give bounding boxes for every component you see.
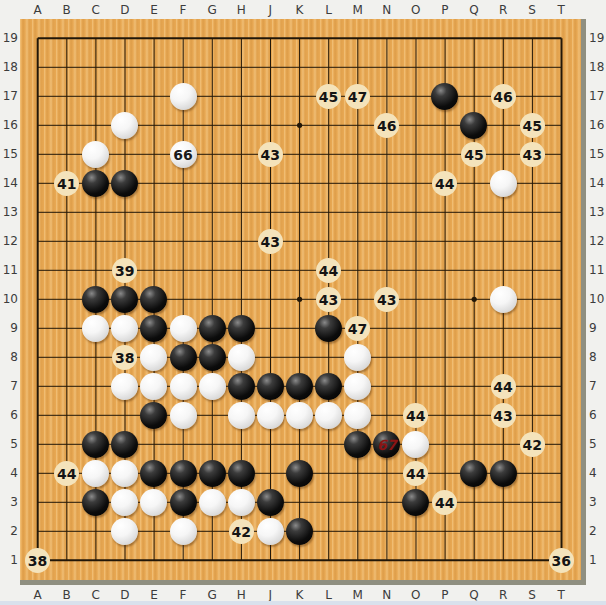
board-point[interactable] (372, 459, 401, 488)
board-point[interactable] (139, 256, 168, 285)
board-point[interactable] (343, 372, 372, 401)
board-point[interactable] (489, 256, 518, 285)
board-point[interactable]: 44 (52, 459, 81, 488)
board-point[interactable] (168, 227, 197, 256)
board-point[interactable] (372, 140, 401, 169)
board-point[interactable] (343, 53, 372, 82)
board-point[interactable] (314, 227, 343, 256)
board-point[interactable] (81, 517, 110, 546)
board-point[interactable] (314, 111, 343, 140)
board-point[interactable] (198, 517, 227, 546)
board-point[interactable] (227, 401, 256, 430)
board-point[interactable] (23, 198, 52, 227)
board-point[interactable] (168, 111, 197, 140)
board-point[interactable] (372, 82, 401, 111)
board-point[interactable] (256, 198, 285, 227)
board-point[interactable] (459, 24, 488, 53)
board-point[interactable] (314, 488, 343, 517)
board-point[interactable] (547, 343, 576, 372)
board-point[interactable] (459, 227, 488, 256)
board-point[interactable] (401, 169, 430, 198)
board-point[interactable] (459, 314, 488, 343)
board-point[interactable] (518, 256, 547, 285)
board-point[interactable] (110, 546, 139, 575)
board-point[interactable] (139, 459, 168, 488)
board-point[interactable] (110, 285, 139, 314)
board-point[interactable] (285, 430, 314, 459)
board-point[interactable] (198, 314, 227, 343)
board-point[interactable]: 47 (343, 314, 372, 343)
board-point[interactable] (227, 198, 256, 227)
board-point[interactable] (139, 24, 168, 53)
board-point[interactable] (285, 285, 314, 314)
board-point[interactable] (489, 343, 518, 372)
board-point[interactable] (430, 343, 459, 372)
board-point[interactable] (110, 517, 139, 546)
board-point[interactable]: 36 (547, 546, 576, 575)
board-point[interactable]: 43 (256, 140, 285, 169)
board-point[interactable]: 44 (401, 459, 430, 488)
board-point[interactable] (459, 372, 488, 401)
board-point[interactable] (198, 430, 227, 459)
board-point[interactable] (139, 372, 168, 401)
board-point[interactable] (256, 169, 285, 198)
board-point[interactable]: 43 (518, 140, 547, 169)
board-point[interactable] (459, 256, 488, 285)
board-point[interactable] (227, 169, 256, 198)
board-point[interactable] (489, 198, 518, 227)
board-point[interactable] (285, 459, 314, 488)
board-point[interactable] (372, 256, 401, 285)
board-point[interactable]: 47 (343, 82, 372, 111)
board-point[interactable]: 44 (401, 401, 430, 430)
board-point[interactable] (23, 82, 52, 111)
board-point[interactable] (23, 169, 52, 198)
board-point[interactable] (459, 111, 488, 140)
board-point[interactable]: 42 (518, 430, 547, 459)
board-point[interactable] (285, 546, 314, 575)
board-point[interactable] (52, 227, 81, 256)
board-point[interactable] (168, 24, 197, 53)
board-point[interactable] (198, 343, 227, 372)
board-point[interactable] (110, 372, 139, 401)
board-point[interactable] (489, 546, 518, 575)
board-point[interactable] (227, 256, 256, 285)
board-point[interactable] (52, 111, 81, 140)
board-point[interactable]: 43 (489, 401, 518, 430)
board-point[interactable] (81, 111, 110, 140)
board-point[interactable] (110, 169, 139, 198)
board-point[interactable] (314, 169, 343, 198)
board-point[interactable] (343, 169, 372, 198)
board-point[interactable] (256, 256, 285, 285)
board-point[interactable] (23, 140, 52, 169)
board-point[interactable] (285, 198, 314, 227)
board-point[interactable] (401, 198, 430, 227)
board-point[interactable] (227, 140, 256, 169)
board-point[interactable] (256, 546, 285, 575)
board-point[interactable] (518, 517, 547, 546)
board-point[interactable] (547, 24, 576, 53)
board-point[interactable] (343, 401, 372, 430)
board-point[interactable] (372, 343, 401, 372)
board-point[interactable] (168, 430, 197, 459)
board-point[interactable] (23, 430, 52, 459)
board-point[interactable] (343, 343, 372, 372)
board-point[interactable] (285, 111, 314, 140)
board-point[interactable] (52, 24, 81, 53)
board-point[interactable] (227, 82, 256, 111)
board-point[interactable] (110, 401, 139, 430)
board-point[interactable] (314, 314, 343, 343)
board-point[interactable] (343, 285, 372, 314)
board-point[interactable] (139, 111, 168, 140)
board-point[interactable]: 66 (168, 140, 197, 169)
board-point[interactable] (430, 140, 459, 169)
board-point[interactable] (489, 430, 518, 459)
board-point[interactable] (489, 227, 518, 256)
board-point[interactable] (372, 227, 401, 256)
board-point[interactable] (81, 372, 110, 401)
board-point[interactable] (52, 343, 81, 372)
board-point[interactable] (459, 169, 488, 198)
board-point[interactable] (198, 198, 227, 227)
board-point[interactable] (518, 285, 547, 314)
board-point[interactable] (139, 343, 168, 372)
board-point[interactable]: 67 (372, 430, 401, 459)
board-point[interactable] (81, 314, 110, 343)
board-point[interactable] (372, 314, 401, 343)
board-point[interactable] (401, 140, 430, 169)
board-point[interactable] (459, 53, 488, 82)
board-point[interactable] (23, 227, 52, 256)
board-point[interactable] (489, 517, 518, 546)
board-point[interactable] (430, 401, 459, 430)
board-point[interactable] (401, 53, 430, 82)
board-point[interactable] (110, 198, 139, 227)
board-point[interactable] (110, 227, 139, 256)
board-point[interactable] (168, 285, 197, 314)
board-point[interactable] (547, 314, 576, 343)
board-point[interactable] (168, 169, 197, 198)
board-point[interactable] (110, 24, 139, 53)
board-point[interactable] (459, 82, 488, 111)
board-point[interactable] (401, 82, 430, 111)
board-point[interactable] (547, 285, 576, 314)
board-point[interactable] (518, 372, 547, 401)
board-point[interactable] (52, 140, 81, 169)
board-point[interactable] (547, 111, 576, 140)
board-point[interactable] (168, 314, 197, 343)
board-point[interactable] (430, 111, 459, 140)
board-point[interactable] (198, 227, 227, 256)
board-point[interactable] (256, 459, 285, 488)
board-point[interactable] (459, 546, 488, 575)
board-point[interactable] (372, 517, 401, 546)
board-point[interactable] (23, 343, 52, 372)
board-point[interactable] (168, 372, 197, 401)
board-point[interactable] (314, 372, 343, 401)
board-point[interactable]: 44 (430, 488, 459, 517)
board-point[interactable] (343, 198, 372, 227)
board-point[interactable] (168, 517, 197, 546)
board-point[interactable] (401, 24, 430, 53)
board-point[interactable] (110, 430, 139, 459)
board-point[interactable] (168, 343, 197, 372)
board-point[interactable] (430, 53, 459, 82)
board-point[interactable] (489, 111, 518, 140)
board-point[interactable] (285, 517, 314, 546)
board-point[interactable] (459, 430, 488, 459)
board-point[interactable] (489, 140, 518, 169)
board-point[interactable] (343, 256, 372, 285)
board-point[interactable] (489, 488, 518, 517)
board-point[interactable] (81, 401, 110, 430)
board-point[interactable] (198, 546, 227, 575)
board-point[interactable] (198, 256, 227, 285)
board-point[interactable] (227, 53, 256, 82)
board-point[interactable] (52, 53, 81, 82)
board-point[interactable] (547, 169, 576, 198)
board-point[interactable] (110, 111, 139, 140)
board-point[interactable]: 38 (23, 546, 52, 575)
board-point[interactable] (547, 256, 576, 285)
board-point[interactable] (285, 401, 314, 430)
board-point[interactable] (372, 169, 401, 198)
board-point[interactable] (314, 517, 343, 546)
board-point[interactable] (139, 517, 168, 546)
board-point[interactable] (227, 285, 256, 314)
board-point[interactable] (314, 53, 343, 82)
board-point[interactable] (547, 401, 576, 430)
board-point[interactable]: 38 (110, 343, 139, 372)
board-point[interactable] (81, 430, 110, 459)
board-point[interactable] (343, 488, 372, 517)
board-point[interactable] (256, 401, 285, 430)
board-point[interactable] (518, 198, 547, 227)
board-point[interactable]: 46 (489, 82, 518, 111)
board-point[interactable] (430, 372, 459, 401)
board-point[interactable] (547, 140, 576, 169)
board-point[interactable] (430, 82, 459, 111)
board-point[interactable] (168, 53, 197, 82)
board-point[interactable] (52, 517, 81, 546)
board-point[interactable] (139, 82, 168, 111)
board-point[interactable] (52, 198, 81, 227)
board-point[interactable] (139, 488, 168, 517)
board-point[interactable] (110, 82, 139, 111)
board-point[interactable] (343, 140, 372, 169)
board-point[interactable]: 45 (518, 111, 547, 140)
board-point[interactable] (372, 401, 401, 430)
board-point[interactable] (518, 488, 547, 517)
board-point[interactable] (52, 314, 81, 343)
board-point[interactable] (489, 285, 518, 314)
board-point[interactable] (459, 285, 488, 314)
board-point[interactable] (139, 227, 168, 256)
board-point[interactable] (23, 372, 52, 401)
board-point[interactable] (459, 459, 488, 488)
board-point[interactable] (401, 488, 430, 517)
board-point[interactable] (52, 488, 81, 517)
board-point[interactable]: 45 (459, 140, 488, 169)
board-point[interactable] (314, 546, 343, 575)
board-point[interactable] (285, 372, 314, 401)
board-point[interactable] (81, 227, 110, 256)
board-point[interactable] (139, 546, 168, 575)
board-point[interactable] (518, 546, 547, 575)
board-point[interactable] (139, 198, 168, 227)
board-point[interactable] (518, 82, 547, 111)
board-point[interactable] (343, 24, 372, 53)
board-point[interactable] (52, 372, 81, 401)
board-point[interactable] (81, 140, 110, 169)
board-point[interactable] (256, 82, 285, 111)
board-point[interactable] (518, 169, 547, 198)
board-point[interactable] (198, 140, 227, 169)
board-point[interactable] (227, 372, 256, 401)
board-point[interactable] (343, 111, 372, 140)
board-point[interactable] (285, 169, 314, 198)
board-point[interactable] (81, 24, 110, 53)
board-point[interactable] (489, 53, 518, 82)
board-point[interactable] (227, 227, 256, 256)
board-point[interactable] (314, 24, 343, 53)
board-point[interactable] (110, 488, 139, 517)
board-point[interactable] (285, 140, 314, 169)
board-point[interactable] (256, 430, 285, 459)
board-point[interactable] (547, 372, 576, 401)
board-point[interactable] (343, 546, 372, 575)
board-point[interactable] (343, 227, 372, 256)
board-point[interactable] (401, 256, 430, 285)
board-point[interactable] (23, 111, 52, 140)
board-point[interactable] (401, 546, 430, 575)
board-point[interactable] (23, 459, 52, 488)
board-point[interactable] (314, 198, 343, 227)
board-point[interactable] (139, 314, 168, 343)
board-point[interactable] (459, 198, 488, 227)
board-point[interactable] (168, 401, 197, 430)
board-point[interactable]: 43 (256, 227, 285, 256)
board-point[interactable]: 43 (314, 285, 343, 314)
board-point[interactable] (52, 285, 81, 314)
board-point[interactable] (23, 285, 52, 314)
board-point[interactable] (256, 285, 285, 314)
board-point[interactable] (547, 430, 576, 459)
board-point[interactable] (518, 24, 547, 53)
board-point[interactable] (139, 430, 168, 459)
board-point[interactable] (430, 285, 459, 314)
board-point[interactable] (547, 198, 576, 227)
board-point[interactable] (372, 372, 401, 401)
board-point[interactable] (81, 198, 110, 227)
board-point[interactable] (139, 401, 168, 430)
board-point[interactable] (372, 198, 401, 227)
board-point[interactable] (430, 198, 459, 227)
board-point[interactable] (198, 82, 227, 111)
board-point[interactable] (168, 546, 197, 575)
board-point[interactable] (23, 401, 52, 430)
board-point[interactable] (139, 285, 168, 314)
board-point[interactable] (227, 343, 256, 372)
board-point[interactable]: 39 (110, 256, 139, 285)
board-point[interactable]: 43 (372, 285, 401, 314)
board-point[interactable] (198, 285, 227, 314)
board-point[interactable] (168, 256, 197, 285)
board-point[interactable] (401, 343, 430, 372)
board-point[interactable] (547, 53, 576, 82)
board-point[interactable] (81, 343, 110, 372)
board-point[interactable] (343, 459, 372, 488)
board-point[interactable] (547, 227, 576, 256)
board-point[interactable] (343, 517, 372, 546)
board-point[interactable] (227, 546, 256, 575)
board-point[interactable] (23, 488, 52, 517)
board-point[interactable] (430, 430, 459, 459)
board-point[interactable] (227, 459, 256, 488)
board-point[interactable] (81, 53, 110, 82)
board-point[interactable] (314, 401, 343, 430)
board-point[interactable] (372, 24, 401, 53)
board-point[interactable] (459, 343, 488, 372)
board-point[interactable] (314, 459, 343, 488)
board-point[interactable] (430, 517, 459, 546)
board-point[interactable] (459, 488, 488, 517)
board-point[interactable] (168, 459, 197, 488)
board-point[interactable] (110, 140, 139, 169)
board-point[interactable] (198, 169, 227, 198)
board-point[interactable] (256, 111, 285, 140)
board-point[interactable] (547, 459, 576, 488)
board-point[interactable] (372, 488, 401, 517)
board-point[interactable] (52, 256, 81, 285)
board-point[interactable] (198, 372, 227, 401)
board-point[interactable] (139, 53, 168, 82)
board-point[interactable] (401, 430, 430, 459)
board-point[interactable] (547, 488, 576, 517)
board-point[interactable] (198, 488, 227, 517)
board-point[interactable] (52, 401, 81, 430)
board-point[interactable] (227, 111, 256, 140)
board-point[interactable] (168, 488, 197, 517)
board-point[interactable] (81, 488, 110, 517)
board-point[interactable] (285, 343, 314, 372)
board-point[interactable] (401, 111, 430, 140)
board-point[interactable] (518, 459, 547, 488)
board-point[interactable] (430, 24, 459, 53)
board-point[interactable] (430, 256, 459, 285)
board-point[interactable] (518, 227, 547, 256)
board-point[interactable] (256, 343, 285, 372)
board-point[interactable] (110, 314, 139, 343)
board-point[interactable] (489, 24, 518, 53)
board-point[interactable] (81, 256, 110, 285)
board-point[interactable] (81, 285, 110, 314)
board-point[interactable] (285, 488, 314, 517)
board-point[interactable] (23, 314, 52, 343)
board-point[interactable]: 45 (314, 82, 343, 111)
board-point[interactable] (314, 140, 343, 169)
board-point[interactable] (285, 227, 314, 256)
board-point[interactable] (401, 517, 430, 546)
board-point[interactable] (489, 169, 518, 198)
board-point[interactable] (518, 314, 547, 343)
board-point[interactable] (489, 314, 518, 343)
board-point[interactable] (23, 24, 52, 53)
board-point[interactable] (430, 546, 459, 575)
board-point[interactable] (256, 314, 285, 343)
